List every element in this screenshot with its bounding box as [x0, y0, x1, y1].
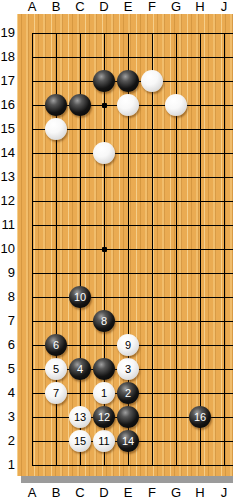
move-number: 1 — [101, 388, 107, 399]
grid-line-row-11 — [32, 225, 233, 226]
col-label-A: A — [20, 485, 44, 500]
row-label-16: 16 — [0, 98, 15, 112]
move-number: 12 — [98, 412, 110, 423]
move-number: 4 — [77, 364, 83, 375]
stone-white-D2[interactable]: 11 — [93, 430, 115, 452]
col-label-C: C — [68, 485, 92, 500]
stone-black-C8[interactable]: 10 — [69, 286, 91, 308]
stone-white-D4[interactable]: 1 — [93, 382, 115, 404]
stone-white-B5[interactable]: 5 — [45, 358, 67, 380]
goban[interactable]: 12345678910111213141516 — [17, 14, 233, 476]
stone-white-B15[interactable] — [45, 118, 67, 140]
row-label-13: 13 — [0, 170, 15, 184]
stone-black-E4[interactable]: 2 — [117, 382, 139, 404]
go-diagram-page: ABCDEFGHJ 12345678910111213141516 191817… — [0, 0, 233, 500]
col-label-A: A — [20, 0, 44, 14]
row-label-6: 6 — [0, 338, 15, 352]
col-label-G: G — [164, 485, 188, 500]
grid-line-row-1 — [32, 465, 233, 466]
grid-line-row-13 — [32, 177, 233, 178]
grid-line-row-18 — [32, 57, 233, 58]
stone-black-C5[interactable]: 4 — [69, 358, 91, 380]
col-label-B: B — [44, 485, 68, 500]
row-label-19: 19 — [0, 26, 15, 40]
stone-black-D17[interactable] — [93, 70, 115, 92]
stone-black-E2[interactable]: 14 — [117, 430, 139, 452]
col-label-E: E — [116, 0, 140, 14]
move-number: 14 — [122, 436, 134, 447]
row-label-11: 11 — [0, 218, 15, 232]
row-label-12: 12 — [0, 194, 15, 208]
row-label-8: 8 — [0, 290, 15, 304]
move-number: 16 — [194, 412, 206, 423]
col-label-J: J — [212, 485, 233, 500]
move-number: 7 — [53, 388, 59, 399]
row-label-9: 9 — [0, 266, 15, 280]
col-label-D: D — [92, 485, 116, 500]
col-label-G: G — [164, 0, 188, 14]
move-number: 3 — [125, 364, 131, 375]
star-point-D10 — [102, 247, 107, 252]
col-label-D: D — [92, 0, 116, 14]
stone-white-G16[interactable] — [165, 94, 187, 116]
stone-white-B4[interactable]: 7 — [45, 382, 67, 404]
row-label-3: 3 — [0, 410, 15, 424]
stone-black-D7[interactable]: 8 — [93, 310, 115, 332]
row-label-14: 14 — [0, 146, 15, 160]
grid-line-row-8 — [32, 297, 233, 298]
stone-black-H3[interactable]: 16 — [189, 406, 211, 428]
row-label-10: 10 — [0, 242, 15, 256]
stone-black-B16[interactable] — [45, 94, 67, 116]
col-label-C: C — [68, 0, 92, 14]
move-number: 5 — [53, 364, 59, 375]
col-label-B: B — [44, 0, 68, 14]
grid-line-row-7 — [32, 321, 233, 322]
stone-white-C3[interactable]: 13 — [69, 406, 91, 428]
stone-white-E5[interactable]: 3 — [117, 358, 139, 380]
grid-line-row-10 — [32, 249, 233, 250]
grid-line-row-9 — [32, 273, 233, 274]
move-number: 10 — [74, 292, 86, 303]
stone-white-C2[interactable]: 15 — [69, 430, 91, 452]
move-number: 15 — [74, 436, 86, 447]
stone-black-E3[interactable] — [117, 406, 139, 428]
grid-line-row-19 — [32, 33, 233, 34]
move-number: 2 — [125, 388, 131, 399]
col-label-H: H — [188, 0, 212, 14]
move-number: 8 — [101, 316, 107, 327]
stone-black-D5[interactable] — [93, 358, 115, 380]
stone-white-E16[interactable] — [117, 94, 139, 116]
stone-white-D14[interactable] — [93, 142, 115, 164]
stone-white-F17[interactable] — [141, 70, 163, 92]
row-label-5: 5 — [0, 362, 15, 376]
grid-line-row-12 — [32, 201, 233, 202]
stone-black-D3[interactable]: 12 — [93, 406, 115, 428]
col-label-F: F — [140, 485, 164, 500]
stone-white-E6[interactable]: 9 — [117, 334, 139, 356]
col-label-E: E — [116, 485, 140, 500]
stone-black-B6[interactable]: 6 — [45, 334, 67, 356]
row-label-4: 4 — [0, 386, 15, 400]
row-label-15: 15 — [0, 122, 15, 136]
col-label-J: J — [212, 0, 233, 14]
row-label-2: 2 — [0, 434, 15, 448]
row-label-7: 7 — [0, 314, 15, 328]
star-point-D16 — [102, 103, 107, 108]
row-label-1: 1 — [0, 458, 15, 472]
move-number: 13 — [74, 412, 86, 423]
move-number: 6 — [53, 340, 59, 351]
grid-line-row-14 — [32, 153, 233, 154]
move-number: 11 — [98, 436, 109, 447]
board-shadow — [21, 476, 233, 483]
stone-black-E17[interactable] — [117, 70, 139, 92]
move-number: 9 — [125, 340, 131, 351]
col-label-F: F — [140, 0, 164, 14]
col-label-H: H — [188, 485, 212, 500]
stone-black-C16[interactable] — [69, 94, 91, 116]
row-label-17: 17 — [0, 74, 15, 88]
row-label-18: 18 — [0, 50, 15, 64]
